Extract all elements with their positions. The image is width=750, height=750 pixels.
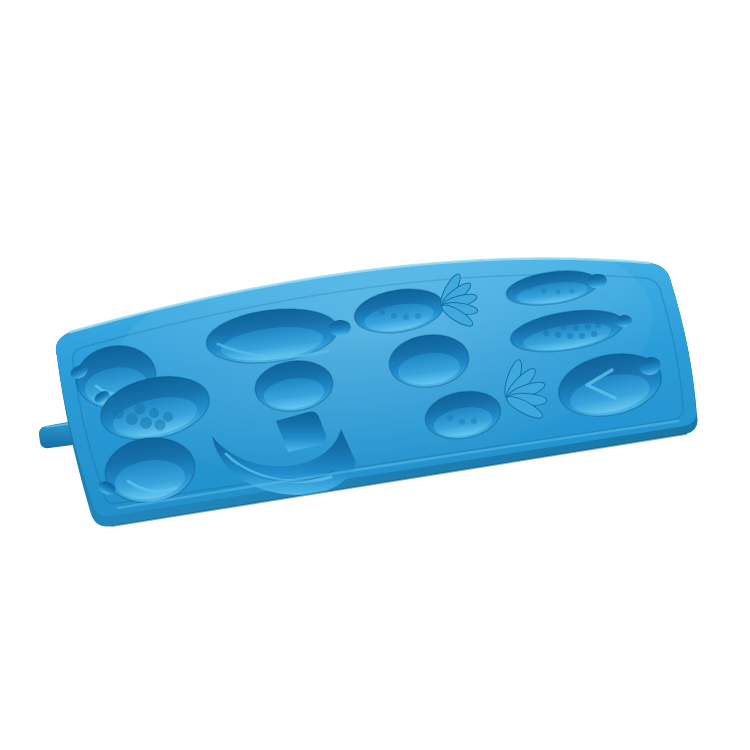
texture-dot	[126, 413, 138, 425]
texture-dot	[155, 420, 166, 431]
texture-dot	[459, 419, 465, 425]
texture-dot	[528, 286, 533, 291]
texture-dot	[471, 418, 477, 424]
texture-dot	[391, 313, 397, 319]
texture-dot	[112, 407, 124, 419]
texture-dot	[121, 398, 132, 409]
texture-dot	[555, 332, 561, 338]
texture-dot	[549, 322, 555, 328]
texture-dot	[573, 325, 579, 331]
texture-dot	[585, 324, 591, 330]
texture-dot	[107, 396, 117, 406]
texture-dot	[140, 417, 152, 429]
texture-dot	[542, 289, 547, 294]
texture-dot	[561, 324, 567, 330]
texture-dot	[543, 330, 549, 336]
texture-dot	[163, 412, 173, 422]
texture-dot	[570, 289, 575, 294]
texture-dot	[595, 322, 601, 328]
silicone-mold-photo	[0, 0, 750, 750]
texture-dot	[579, 333, 585, 339]
texture-dot	[591, 331, 597, 337]
texture-dot	[379, 309, 385, 315]
product-photo-stage	[0, 0, 750, 750]
mold-tray	[39, 195, 698, 527]
texture-dot	[447, 415, 453, 421]
texture-dot	[403, 314, 409, 320]
texture-dot	[415, 313, 421, 319]
texture-dot	[135, 404, 146, 415]
texture-dot	[567, 333, 573, 339]
texture-dot	[149, 408, 159, 418]
texture-dot	[556, 290, 561, 295]
